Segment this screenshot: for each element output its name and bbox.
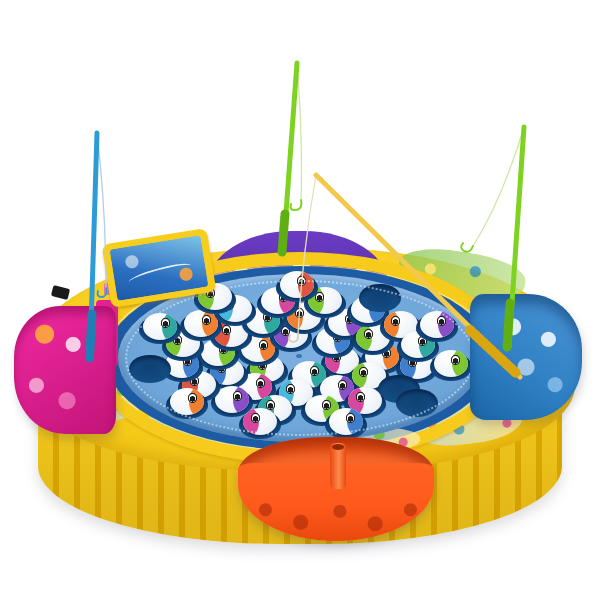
fish-color-crescent: [419, 331, 435, 358]
fish-color-crescent: [279, 287, 295, 314]
fish-purple: [274, 321, 308, 348]
fish-color-crescent: [323, 395, 339, 422]
fish-hole: [206, 361, 248, 389]
fish-hole: [139, 316, 181, 344]
fish-blue: [400, 352, 434, 379]
fish-teal: [246, 307, 280, 334]
fish-color-crescent: [219, 339, 235, 366]
fish-hole: [396, 355, 438, 383]
hook-green: [291, 200, 302, 210]
fish-hole: [242, 310, 284, 338]
fish-hole: [214, 298, 256, 326]
fish-hole: [237, 338, 279, 366]
fish-hole: [166, 391, 208, 419]
fish-hole: [324, 312, 366, 340]
fish-purple: [320, 375, 354, 402]
fish-color-crescent: [182, 371, 198, 398]
fish-hole: [129, 355, 171, 383]
fish-teal: [401, 331, 435, 358]
fish-hole: [312, 330, 354, 358]
hook-green: [461, 243, 473, 252]
fish-color-crescent: [383, 343, 399, 370]
fish-red: [182, 371, 216, 398]
fish-magenta: [243, 408, 277, 435]
fish-color-crescent: [384, 311, 400, 338]
rotating-disc: [118, 274, 482, 442]
fish-color-crescent: [183, 351, 199, 378]
fish-hole: [321, 350, 363, 378]
fish-orange: [184, 310, 218, 337]
catch-tray-blue: [470, 294, 582, 420]
fish-blue: [351, 296, 385, 323]
fish-hole: [301, 398, 343, 426]
fishing-game-product-photo: [0, 0, 600, 600]
fish-hole: [239, 411, 281, 439]
fish-color-crescent: [214, 320, 230, 347]
fish-hole: [325, 411, 367, 439]
fish-hole: [396, 389, 438, 417]
fish-color-crescent: [166, 330, 182, 357]
fish-color-crescent: [438, 311, 454, 338]
fish-hole: [161, 354, 203, 382]
fish-orange: [287, 303, 321, 330]
fish-color-crescent: [162, 313, 178, 340]
fish-color-crescent: [258, 395, 274, 422]
fish-hole: [275, 382, 317, 410]
fish-hole: [254, 398, 296, 426]
power-switch: [51, 285, 70, 300]
fish-color-crescent: [279, 379, 295, 406]
fish-blue: [316, 327, 350, 354]
fish-color-crescent: [250, 355, 266, 382]
fish-color-crescent: [257, 373, 273, 400]
fish-blue: [165, 351, 199, 378]
fish-color-crescent: [400, 352, 416, 379]
fish-hole: [257, 290, 299, 318]
fish-color-crescent: [352, 362, 368, 389]
fish-hole: [197, 342, 239, 370]
fish-color-crescent: [260, 335, 276, 362]
fish-color-crescent: [189, 388, 205, 415]
fish-green: [305, 395, 339, 422]
fish-hole: [234, 376, 276, 404]
fish-hole: [180, 313, 222, 341]
fish-hole: [352, 327, 394, 355]
fish-purple: [420, 311, 454, 338]
fish-color-crescent: [356, 324, 372, 351]
catch-tray-orange: [238, 437, 434, 541]
fish-orange: [241, 335, 275, 362]
fish-hole: [304, 290, 346, 318]
fish-green: [166, 330, 200, 357]
fish-hole: [246, 358, 288, 386]
underwater-scene-sticker: [109, 235, 208, 301]
fish-hole: [344, 390, 386, 418]
fishing-rod-green-top: [282, 63, 302, 254]
fish-purple: [215, 386, 249, 413]
fish-green: [356, 324, 390, 351]
fish-hole: [416, 314, 458, 342]
fish-hole: [283, 306, 325, 334]
fish-color-crescent: [298, 271, 314, 298]
fish-hole: [380, 314, 422, 342]
fish-color-crescent: [287, 303, 303, 330]
fish-color-crescent: [264, 307, 280, 334]
fish-color-crescent: [311, 361, 327, 388]
fish-hole: [397, 334, 439, 362]
fish-color-crescent: [348, 387, 364, 414]
fish-magenta: [261, 287, 295, 314]
fish-color-crescent: [347, 408, 363, 435]
fish-color-crescent: [339, 375, 355, 402]
fish-hole: [348, 365, 390, 393]
fish-color-crescent: [325, 347, 341, 374]
fish-hole: [270, 324, 312, 352]
fish-color-crescent: [202, 310, 218, 337]
fish-magenta: [238, 373, 272, 400]
fish-hole: [316, 378, 358, 406]
fish-hole: [276, 274, 318, 302]
rod-pole: [283, 63, 297, 254]
fish-color-crescent: [334, 327, 350, 354]
fish-blue: [329, 408, 363, 435]
fish-color-crescent: [308, 287, 324, 314]
fish-teal: [292, 361, 326, 388]
fish-color-crescent: [452, 350, 468, 377]
fish-color-crescent: [233, 386, 249, 413]
fish-hole: [211, 389, 253, 417]
fish-orange: [170, 388, 204, 415]
fish-green: [250, 355, 284, 382]
fish-hole: [162, 333, 204, 361]
fish-color-crescent: [243, 408, 259, 435]
fish-hole: [378, 375, 420, 403]
fish-green: [308, 287, 342, 314]
fish-color-crescent: [218, 295, 234, 322]
fish-purple: [328, 309, 362, 336]
fish-hole: [210, 323, 252, 351]
fish-red: [280, 271, 314, 298]
fish-green: [201, 339, 235, 366]
fish-hole: [430, 353, 472, 381]
logo-swash: [127, 260, 192, 288]
fish-color-crescent: [274, 321, 290, 348]
fish-hole: [288, 364, 330, 392]
fish-hole: [347, 299, 389, 327]
fish-color-crescent: [210, 358, 226, 385]
fish-teal: [143, 313, 177, 340]
fish-cyan: [279, 379, 313, 406]
fish-blue: [210, 358, 244, 385]
disc-pivot: [296, 354, 302, 358]
fish-color-crescent: [346, 309, 362, 336]
fish-hole: [361, 346, 403, 374]
fish-hole: [359, 284, 401, 312]
fish-orange: [384, 311, 418, 338]
fish-cyan: [218, 295, 252, 322]
fish-green: [434, 350, 468, 377]
fish-orange: [365, 343, 399, 370]
fish-magenta: [348, 387, 382, 414]
fish-color-crescent: [369, 296, 385, 323]
rod-holder-tube: [330, 443, 346, 489]
fish-red: [214, 320, 248, 347]
catch-tray-pink: [14, 306, 116, 434]
fish-green: [352, 362, 386, 389]
fish-magenta: [325, 347, 359, 374]
fish-teal: [258, 395, 292, 422]
fish-hole: [178, 374, 220, 402]
